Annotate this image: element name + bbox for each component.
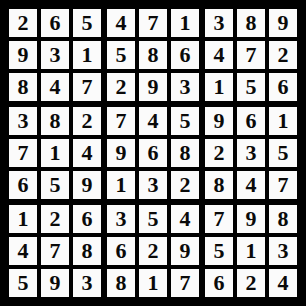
sudoku-cell-r8c4[interactable]: 6: [107, 237, 135, 265]
sudoku-cell-r7c6[interactable]: 4: [171, 205, 199, 233]
sudoku-row-7: 126354798: [9, 205, 297, 233]
sudoku-cell-r8c3[interactable]: 8: [73, 237, 101, 265]
sudoku-row-6: 659132847: [9, 171, 297, 199]
sudoku-cell-r9c9[interactable]: 4: [269, 269, 297, 297]
sudoku-cell-r5c6[interactable]: 8: [171, 139, 199, 167]
sudoku-cell-r5c5[interactable]: 6: [139, 139, 167, 167]
sudoku-cell-r7c8[interactable]: 9: [237, 205, 265, 233]
sudoku-cell-r6c7[interactable]: 8: [205, 171, 233, 199]
sudoku-cell-r4c8[interactable]: 6: [237, 107, 265, 135]
sudoku-cell-r5c4[interactable]: 9: [107, 139, 135, 167]
sudoku-cell-r6c2[interactable]: 5: [41, 171, 69, 199]
sudoku-cell-r4c1[interactable]: 3: [9, 107, 37, 135]
sudoku-cell-r7c4[interactable]: 3: [107, 205, 135, 233]
sudoku-cell-r8c1[interactable]: 4: [9, 237, 37, 265]
sudoku-row-1: 265471389: [9, 9, 297, 37]
sudoku-row-2: 931586472: [9, 41, 297, 69]
sudoku-cell-r9c1[interactable]: 5: [9, 269, 37, 297]
sudoku-cell-r7c2[interactable]: 2: [41, 205, 69, 233]
sudoku-cell-r2c9[interactable]: 2: [269, 41, 297, 69]
sudoku-row-4: 382745961: [9, 107, 297, 135]
sudoku-row-5: 714968235: [9, 139, 297, 167]
sudoku-cell-r9c8[interactable]: 2: [237, 269, 265, 297]
sudoku-cell-r7c5[interactable]: 5: [139, 205, 167, 233]
sudoku-cell-r2c2[interactable]: 3: [41, 41, 69, 69]
sudoku-cell-r4c3[interactable]: 2: [73, 107, 101, 135]
sudoku-cell-r2c3[interactable]: 1: [73, 41, 101, 69]
sudoku-cell-r4c6[interactable]: 5: [171, 107, 199, 135]
sudoku-cell-r6c9[interactable]: 7: [269, 171, 297, 199]
sudoku-cell-r9c5[interactable]: 1: [139, 269, 167, 297]
sudoku-cell-r2c8[interactable]: 7: [237, 41, 265, 69]
sudoku-cell-r1c2[interactable]: 6: [41, 9, 69, 37]
sudoku-cell-r5c2[interactable]: 1: [41, 139, 69, 167]
sudoku-cell-r6c3[interactable]: 9: [73, 171, 101, 199]
sudoku-cell-r3c1[interactable]: 8: [9, 73, 37, 101]
sudoku-cell-r9c2[interactable]: 9: [41, 269, 69, 297]
sudoku-cell-r3c5[interactable]: 9: [139, 73, 167, 101]
sudoku-cell-r5c8[interactable]: 3: [237, 139, 265, 167]
sudoku-cell-r5c3[interactable]: 4: [73, 139, 101, 167]
sudoku-cell-r8c9[interactable]: 3: [269, 237, 297, 265]
sudoku-cell-r7c1[interactable]: 1: [9, 205, 37, 233]
sudoku-cell-r3c6[interactable]: 3: [171, 73, 199, 101]
sudoku-cell-r7c7[interactable]: 7: [205, 205, 233, 233]
sudoku-cell-r6c6[interactable]: 2: [171, 171, 199, 199]
sudoku-cell-r5c9[interactable]: 5: [269, 139, 297, 167]
sudoku-board: 2654713899315864728472931563827459617149…: [0, 0, 306, 306]
sudoku-cell-r2c1[interactable]: 9: [9, 41, 37, 69]
sudoku-cell-r8c6[interactable]: 9: [171, 237, 199, 265]
sudoku-cell-r8c2[interactable]: 7: [41, 237, 69, 265]
sudoku-cell-r6c8[interactable]: 4: [237, 171, 265, 199]
sudoku-cell-r1c3[interactable]: 5: [73, 9, 101, 37]
sudoku-cell-r3c7[interactable]: 1: [205, 73, 233, 101]
sudoku-cell-r3c3[interactable]: 7: [73, 73, 101, 101]
sudoku-cell-r9c6[interactable]: 7: [171, 269, 199, 297]
sudoku-row-3: 847293156: [9, 73, 297, 101]
sudoku-cell-r3c2[interactable]: 4: [41, 73, 69, 101]
sudoku-cell-r2c5[interactable]: 8: [139, 41, 167, 69]
sudoku-cell-r3c9[interactable]: 6: [269, 73, 297, 101]
sudoku-cell-r1c9[interactable]: 9: [269, 9, 297, 37]
sudoku-cell-r2c7[interactable]: 4: [205, 41, 233, 69]
sudoku-cell-r6c1[interactable]: 6: [9, 171, 37, 199]
sudoku-cell-r9c7[interactable]: 6: [205, 269, 233, 297]
sudoku-cell-r9c4[interactable]: 8: [107, 269, 135, 297]
sudoku-cell-r2c4[interactable]: 5: [107, 41, 135, 69]
sudoku-cell-r8c7[interactable]: 5: [205, 237, 233, 265]
sudoku-cell-r2c6[interactable]: 6: [171, 41, 199, 69]
sudoku-row-9: 593817624: [9, 269, 297, 297]
sudoku-cell-r3c8[interactable]: 5: [237, 73, 265, 101]
sudoku-cell-r8c5[interactable]: 2: [139, 237, 167, 265]
sudoku-cell-r3c4[interactable]: 2: [107, 73, 135, 101]
sudoku-cell-r7c9[interactable]: 8: [269, 205, 297, 233]
sudoku-cell-r5c7[interactable]: 2: [205, 139, 233, 167]
sudoku-cell-r4c4[interactable]: 7: [107, 107, 135, 135]
sudoku-cell-r1c1[interactable]: 2: [9, 9, 37, 37]
sudoku-cell-r1c8[interactable]: 8: [237, 9, 265, 37]
sudoku-cell-r5c1[interactable]: 7: [9, 139, 37, 167]
sudoku-cell-r9c3[interactable]: 3: [73, 269, 101, 297]
sudoku-cell-r6c5[interactable]: 3: [139, 171, 167, 199]
sudoku-cell-r4c2[interactable]: 8: [41, 107, 69, 135]
sudoku-cell-r4c9[interactable]: 1: [269, 107, 297, 135]
sudoku-cell-r6c4[interactable]: 1: [107, 171, 135, 199]
sudoku-cell-r1c4[interactable]: 4: [107, 9, 135, 37]
sudoku-cell-r4c5[interactable]: 4: [139, 107, 167, 135]
sudoku-cell-r1c5[interactable]: 7: [139, 9, 167, 37]
sudoku-cell-r7c3[interactable]: 6: [73, 205, 101, 233]
sudoku-cell-r1c6[interactable]: 1: [171, 9, 199, 37]
sudoku-row-8: 478629513: [9, 237, 297, 265]
sudoku-cell-r4c7[interactable]: 9: [205, 107, 233, 135]
sudoku-cell-r8c8[interactable]: 1: [237, 237, 265, 265]
sudoku-cell-r1c7[interactable]: 3: [205, 9, 233, 37]
